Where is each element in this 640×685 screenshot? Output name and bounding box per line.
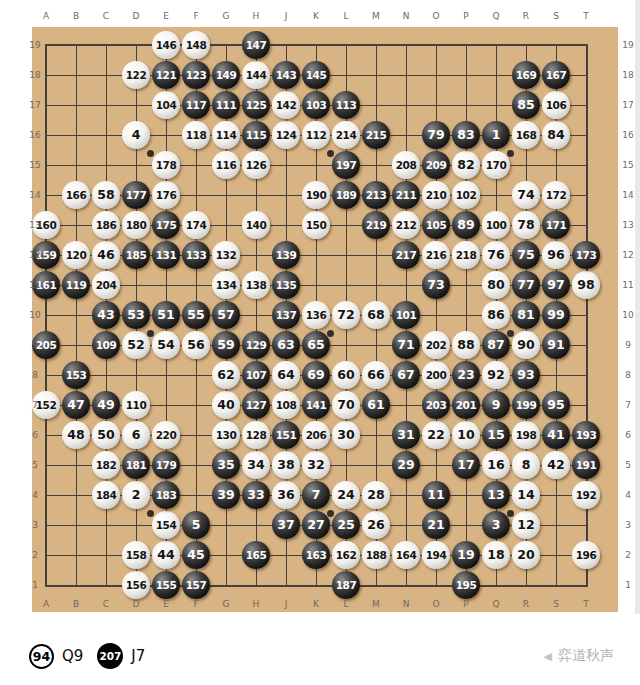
go-board: 1234567891011121314151617181920212223242… xyxy=(32,27,618,612)
black-stone-83: 83 xyxy=(452,121,480,149)
col-label-L: L xyxy=(331,11,361,21)
intersection-O9: 202 xyxy=(421,330,451,360)
intersection-R8: 93 xyxy=(511,360,541,390)
col-label-G: G xyxy=(211,599,241,609)
black-stone-63: 63 xyxy=(272,331,300,359)
intersection-E15: 178 xyxy=(151,150,181,180)
intersection-R13: 78 xyxy=(511,210,541,240)
white-stone-18: 18 xyxy=(482,541,510,569)
brand-logo-icon: ◀ xyxy=(544,650,552,663)
black-stone-149: 149 xyxy=(212,61,240,89)
white-stone-192: 192 xyxy=(572,481,600,509)
white-stone-14: 14 xyxy=(512,481,540,509)
intersection-O16: 79 xyxy=(421,120,451,150)
intersection-S13: 171 xyxy=(541,210,571,240)
white-stone-82: 82 xyxy=(452,151,480,179)
black-stone-147: 147 xyxy=(242,31,270,59)
intersection-L4: 24 xyxy=(331,480,361,510)
black-stone-69: 69 xyxy=(302,361,330,389)
black-stone-117: 117 xyxy=(182,91,210,119)
white-stone-130: 130 xyxy=(212,421,240,449)
intersection-D12: 185 xyxy=(121,240,151,270)
row-label-4: 4 xyxy=(620,480,636,510)
intersection-O6: 22 xyxy=(421,420,451,450)
row-label-1: 1 xyxy=(27,570,43,600)
intersection-N8: 67 xyxy=(391,360,421,390)
black-stone-199: 199 xyxy=(512,391,540,419)
intersection-F13: 174 xyxy=(181,210,211,240)
intersection-L2: 162 xyxy=(331,540,361,570)
intersection-S7: 95 xyxy=(541,390,571,420)
white-stone-40: 40 xyxy=(212,391,240,419)
black-stone-167: 167 xyxy=(542,61,570,89)
black-stone-189: 189 xyxy=(332,181,360,209)
row-label-8: 8 xyxy=(27,360,43,390)
intersection-F1: 157 xyxy=(181,570,211,600)
intersection-L14: 189 xyxy=(331,180,361,210)
white-stone-170: 170 xyxy=(482,151,510,179)
white-stone-206: 206 xyxy=(302,421,330,449)
intersection-M2: 188 xyxy=(361,540,391,570)
white-stone-140: 140 xyxy=(242,211,270,239)
white-stone-168: 168 xyxy=(512,121,540,149)
white-stone-210: 210 xyxy=(422,181,450,209)
intersection-M4: 28 xyxy=(361,480,391,510)
intersection-B11: 119 xyxy=(61,270,91,300)
intersection-E12: 131 xyxy=(151,240,181,270)
black-stone-3: 3 xyxy=(482,511,510,539)
intersection-H11: 138 xyxy=(241,270,271,300)
intersection-S16: 84 xyxy=(541,120,571,150)
black-stone-165: 165 xyxy=(242,541,270,569)
white-stone-72: 72 xyxy=(332,301,360,329)
intersection-S9: 91 xyxy=(541,330,571,360)
intersection-P13: 89 xyxy=(451,210,481,240)
intersection-D7: 110 xyxy=(121,390,151,420)
intersection-J4: 36 xyxy=(271,480,301,510)
white-stone-154: 154 xyxy=(152,511,180,539)
intersection-C14: 58 xyxy=(91,180,121,210)
white-stone-12: 12 xyxy=(512,511,540,539)
intersection-O2: 194 xyxy=(421,540,451,570)
col-label-H: H xyxy=(241,11,271,21)
intersection-R16: 168 xyxy=(511,120,541,150)
black-stone-179: 179 xyxy=(152,451,180,479)
intersection-R10: 81 xyxy=(511,300,541,330)
intersection-D1: 156 xyxy=(121,570,151,600)
intersection-G16: 114 xyxy=(211,120,241,150)
white-stone-54: 54 xyxy=(152,331,180,359)
intersection-M10: 68 xyxy=(361,300,391,330)
black-stone-213: 213 xyxy=(362,181,390,209)
intersection-H4: 33 xyxy=(241,480,271,510)
footer-brand: ◀ 弈道秋声 xyxy=(544,647,614,665)
white-stone-180: 180 xyxy=(122,211,150,239)
white-stone-110: 110 xyxy=(122,391,150,419)
white-stone-114: 114 xyxy=(212,121,240,149)
col-label-J: J xyxy=(271,11,301,21)
intersection-C11: 204 xyxy=(91,270,121,300)
intersection-F19: 148 xyxy=(181,30,211,60)
white-stone-204: 204 xyxy=(92,271,120,299)
intersection-K10: 136 xyxy=(301,300,331,330)
row-label-16: 16 xyxy=(27,120,43,150)
intersection-O13: 105 xyxy=(421,210,451,240)
white-stone-124: 124 xyxy=(272,121,300,149)
intersection-H13: 140 xyxy=(241,210,271,240)
intersection-P14: 102 xyxy=(451,180,481,210)
col-label-K: K xyxy=(301,599,331,609)
right-edge-shade xyxy=(635,0,640,614)
black-stone-37: 37 xyxy=(272,511,300,539)
intersection-B12: 120 xyxy=(61,240,91,270)
col-label-O: O xyxy=(421,11,451,21)
col-label-K: K xyxy=(301,11,331,21)
white-stone-52: 52 xyxy=(122,331,150,359)
intersection-G18: 149 xyxy=(211,60,241,90)
intersection-O14: 210 xyxy=(421,180,451,210)
intersection-G4: 39 xyxy=(211,480,241,510)
intersection-E9: 54 xyxy=(151,330,181,360)
white-stone-202: 202 xyxy=(422,331,450,359)
intersection-C7: 49 xyxy=(91,390,121,420)
intersection-J17: 142 xyxy=(271,90,301,120)
brand-text: 弈道秋声 xyxy=(558,647,614,665)
intersection-E2: 44 xyxy=(151,540,181,570)
intersection-C4: 184 xyxy=(91,480,121,510)
intersection-S14: 172 xyxy=(541,180,571,210)
row-label-19: 19 xyxy=(620,30,636,60)
black-stone-85: 85 xyxy=(512,91,540,119)
white-stone-118: 118 xyxy=(182,121,210,149)
caption-point-j7: J7 xyxy=(131,647,145,665)
intersection-H16: 115 xyxy=(241,120,271,150)
intersection-G15: 116 xyxy=(211,150,241,180)
col-label-P: P xyxy=(451,599,481,609)
black-stone-25: 25 xyxy=(332,511,360,539)
intersection-S5: 42 xyxy=(541,450,571,480)
intersection-L1: 187 xyxy=(331,570,361,600)
intersection-F10: 55 xyxy=(181,300,211,330)
white-stone-28: 28 xyxy=(362,481,390,509)
black-stone-105: 105 xyxy=(422,211,450,239)
intersection-O8: 200 xyxy=(421,360,451,390)
white-stone-122: 122 xyxy=(122,61,150,89)
black-stone-19: 19 xyxy=(452,541,480,569)
black-stone-57: 57 xyxy=(212,301,240,329)
white-stone-22: 22 xyxy=(422,421,450,449)
intersection-T5: 191 xyxy=(571,450,601,480)
black-stone-203: 203 xyxy=(422,391,450,419)
intersection-F2: 45 xyxy=(181,540,211,570)
white-stone-200: 200 xyxy=(422,361,450,389)
intersection-P15: 82 xyxy=(451,150,481,180)
col-label-P: P xyxy=(451,11,481,21)
intersection-C9: 109 xyxy=(91,330,121,360)
intersection-P7: 201 xyxy=(451,390,481,420)
row-label-7: 7 xyxy=(620,390,636,420)
intersection-G17: 111 xyxy=(211,90,241,120)
intersection-J18: 143 xyxy=(271,60,301,90)
intersection-C6: 50 xyxy=(91,420,121,450)
intersection-K17: 103 xyxy=(301,90,331,120)
intersection-S6: 41 xyxy=(541,420,571,450)
black-stone-65: 65 xyxy=(302,331,330,359)
white-stone-58: 58 xyxy=(92,181,120,209)
white-stone-188: 188 xyxy=(362,541,390,569)
intersection-J3: 37 xyxy=(271,510,301,540)
white-stone-220: 220 xyxy=(152,421,180,449)
intersection-N2: 164 xyxy=(391,540,421,570)
intersection-P8: 23 xyxy=(451,360,481,390)
black-stone-115: 115 xyxy=(242,121,270,149)
intersection-M8: 66 xyxy=(361,360,391,390)
intersection-D4: 2 xyxy=(121,480,151,510)
black-stone-145: 145 xyxy=(302,61,330,89)
row-label-12: 12 xyxy=(27,240,43,270)
black-stone-215: 215 xyxy=(362,121,390,149)
white-stone-100: 100 xyxy=(482,211,510,239)
white-stone-20: 20 xyxy=(512,541,540,569)
white-stone-90: 90 xyxy=(512,331,540,359)
col-label-N: N xyxy=(391,11,421,21)
row-label-10: 10 xyxy=(27,300,43,330)
intersection-Q8: 92 xyxy=(481,360,511,390)
white-stone-8: 8 xyxy=(512,451,540,479)
intersection-D6: 6 xyxy=(121,420,151,450)
black-stone-131: 131 xyxy=(152,241,180,269)
white-stone-132: 132 xyxy=(212,241,240,269)
intersection-O4: 11 xyxy=(421,480,451,510)
intersection-F18: 123 xyxy=(181,60,211,90)
intersection-E17: 104 xyxy=(151,90,181,120)
white-stone-186: 186 xyxy=(92,211,120,239)
intersection-L3: 25 xyxy=(331,510,361,540)
white-stone-112: 112 xyxy=(302,121,330,149)
black-stone-143: 143 xyxy=(272,61,300,89)
col-label-S: S xyxy=(541,11,571,21)
col-label-D: D xyxy=(121,599,151,609)
black-stone-91: 91 xyxy=(542,331,570,359)
black-stone-139: 139 xyxy=(272,241,300,269)
intersection-F16: 118 xyxy=(181,120,211,150)
white-stone-162: 162 xyxy=(332,541,360,569)
black-stone-137: 137 xyxy=(272,301,300,329)
white-stone-66: 66 xyxy=(362,361,390,389)
intersection-T4: 192 xyxy=(571,480,601,510)
white-stone-172: 172 xyxy=(542,181,570,209)
intersection-D16: 4 xyxy=(121,120,151,150)
intersection-K14: 190 xyxy=(301,180,331,210)
intersection-R12: 75 xyxy=(511,240,541,270)
intersection-H2: 165 xyxy=(241,540,271,570)
black-stone-61: 61 xyxy=(362,391,390,419)
black-stone-109: 109 xyxy=(92,331,120,359)
row-label-15: 15 xyxy=(27,150,43,180)
white-stone-174: 174 xyxy=(182,211,210,239)
black-stone-107: 107 xyxy=(242,361,270,389)
intersection-M14: 213 xyxy=(361,180,391,210)
white-stone-48: 48 xyxy=(62,421,90,449)
row-label-9: 9 xyxy=(620,330,636,360)
black-stone-43: 43 xyxy=(92,301,120,329)
intersection-E3: 154 xyxy=(151,510,181,540)
intersection-L10: 72 xyxy=(331,300,361,330)
intersection-Q13: 100 xyxy=(481,210,511,240)
row-label-13: 13 xyxy=(27,210,43,240)
intersection-N10: 101 xyxy=(391,300,421,330)
black-stone-191: 191 xyxy=(572,451,600,479)
intersection-H15: 126 xyxy=(241,150,271,180)
row-label-13: 13 xyxy=(620,210,636,240)
intersection-Q5: 16 xyxy=(481,450,511,480)
intersection-E13: 175 xyxy=(151,210,181,240)
intersection-C5: 182 xyxy=(91,450,121,480)
white-stone-166: 166 xyxy=(62,181,90,209)
intersection-D9: 52 xyxy=(121,330,151,360)
intersection-D13: 180 xyxy=(121,210,151,240)
black-stone-99: 99 xyxy=(542,301,570,329)
black-stone-59: 59 xyxy=(212,331,240,359)
black-stone-49: 49 xyxy=(92,391,120,419)
intersection-Q4: 13 xyxy=(481,480,511,510)
white-stone-10: 10 xyxy=(452,421,480,449)
intersection-B8: 153 xyxy=(61,360,91,390)
row-label-18: 18 xyxy=(620,60,636,90)
black-stone-173: 173 xyxy=(572,241,600,269)
black-stone-219: 219 xyxy=(362,211,390,239)
intersection-P5: 17 xyxy=(451,450,481,480)
white-stone-68: 68 xyxy=(362,301,390,329)
intersection-D14: 177 xyxy=(121,180,151,210)
black-stone-55: 55 xyxy=(182,301,210,329)
intersection-H8: 107 xyxy=(241,360,271,390)
row-label-14: 14 xyxy=(620,180,636,210)
col-label-L: L xyxy=(331,599,361,609)
intersection-N13: 212 xyxy=(391,210,421,240)
col-label-B: B xyxy=(61,599,91,609)
col-label-T: T xyxy=(571,11,601,21)
intersection-F17: 117 xyxy=(181,90,211,120)
intersection-J11: 135 xyxy=(271,270,301,300)
white-stone-76: 76 xyxy=(482,241,510,269)
intersection-M7: 61 xyxy=(361,390,391,420)
intersection-N6: 31 xyxy=(391,420,421,450)
intersection-S11: 97 xyxy=(541,270,571,300)
white-stone-26: 26 xyxy=(362,511,390,539)
white-stone-108: 108 xyxy=(272,391,300,419)
intersection-O15: 209 xyxy=(421,150,451,180)
intersection-J16: 124 xyxy=(271,120,301,150)
white-stone-176: 176 xyxy=(152,181,180,209)
intersection-B14: 166 xyxy=(61,180,91,210)
black-stone-121: 121 xyxy=(152,61,180,89)
black-stone-17: 17 xyxy=(452,451,480,479)
black-stone-101: 101 xyxy=(392,301,420,329)
intersection-G12: 132 xyxy=(211,240,241,270)
caption-white-stone-94: 94 xyxy=(29,644,54,669)
intersection-G5: 35 xyxy=(211,450,241,480)
intersection-Q3: 3 xyxy=(481,510,511,540)
row-label-2: 2 xyxy=(620,540,636,570)
black-stone-193: 193 xyxy=(572,421,600,449)
black-stone-53: 53 xyxy=(122,301,150,329)
row-label-9: 9 xyxy=(27,330,43,360)
black-stone-77: 77 xyxy=(512,271,540,299)
row-label-5: 5 xyxy=(620,450,636,480)
col-label-Q: Q xyxy=(481,599,511,609)
intersection-K13: 150 xyxy=(301,210,331,240)
black-stone-71: 71 xyxy=(392,331,420,359)
black-stone-31: 31 xyxy=(392,421,420,449)
white-stone-88: 88 xyxy=(452,331,480,359)
intersection-E6: 220 xyxy=(151,420,181,450)
col-label-M: M xyxy=(361,11,391,21)
black-stone-171: 171 xyxy=(542,211,570,239)
intersection-E19: 146 xyxy=(151,30,181,60)
stone-grid: 1234567891011121314151617181920212223242… xyxy=(31,30,601,600)
intersection-N5: 29 xyxy=(391,450,421,480)
white-stone-74: 74 xyxy=(512,181,540,209)
row-label-7: 7 xyxy=(27,390,43,420)
intersection-K9: 65 xyxy=(301,330,331,360)
white-stone-156: 156 xyxy=(122,571,150,599)
row-label-18: 18 xyxy=(27,60,43,90)
intersection-Q15: 170 xyxy=(481,150,511,180)
row-labels-left: 19181716151413121110987654321 xyxy=(27,30,43,600)
row-labels-right: 19181716151413121110987654321 xyxy=(620,30,636,600)
intersection-N14: 211 xyxy=(391,180,421,210)
intersection-E1: 155 xyxy=(151,570,181,600)
white-stone-184: 184 xyxy=(92,481,120,509)
white-stone-216: 216 xyxy=(422,241,450,269)
intersection-E4: 183 xyxy=(151,480,181,510)
intersection-R14: 74 xyxy=(511,180,541,210)
intersection-L6: 30 xyxy=(331,420,361,450)
white-stone-30: 30 xyxy=(332,421,360,449)
intersection-J12: 139 xyxy=(271,240,301,270)
intersection-K2: 163 xyxy=(301,540,331,570)
black-stone-47: 47 xyxy=(62,391,90,419)
black-stone-123: 123 xyxy=(182,61,210,89)
intersection-Q10: 86 xyxy=(481,300,511,330)
intersection-O7: 203 xyxy=(421,390,451,420)
intersection-J8: 64 xyxy=(271,360,301,390)
black-stone-13: 13 xyxy=(482,481,510,509)
black-stone-33: 33 xyxy=(242,481,270,509)
row-label-15: 15 xyxy=(620,150,636,180)
col-label-D: D xyxy=(121,11,151,21)
white-stone-164: 164 xyxy=(392,541,420,569)
intersection-D2: 158 xyxy=(121,540,151,570)
caption-black-stone-207: 207 xyxy=(97,643,123,669)
black-stone-183: 183 xyxy=(152,481,180,509)
col-label-F: F xyxy=(181,599,211,609)
intersection-B6: 48 xyxy=(61,420,91,450)
col-label-T: T xyxy=(571,599,601,609)
white-stone-42: 42 xyxy=(542,451,570,479)
intersection-L16: 214 xyxy=(331,120,361,150)
row-label-10: 10 xyxy=(620,300,636,330)
row-label-11: 11 xyxy=(620,270,636,300)
col-label-S: S xyxy=(541,599,571,609)
intersection-O11: 73 xyxy=(421,270,451,300)
intersection-J5: 38 xyxy=(271,450,301,480)
intersection-J9: 63 xyxy=(271,330,301,360)
intersection-R6: 198 xyxy=(511,420,541,450)
col-label-G: G xyxy=(211,11,241,21)
white-stone-146: 146 xyxy=(152,31,180,59)
